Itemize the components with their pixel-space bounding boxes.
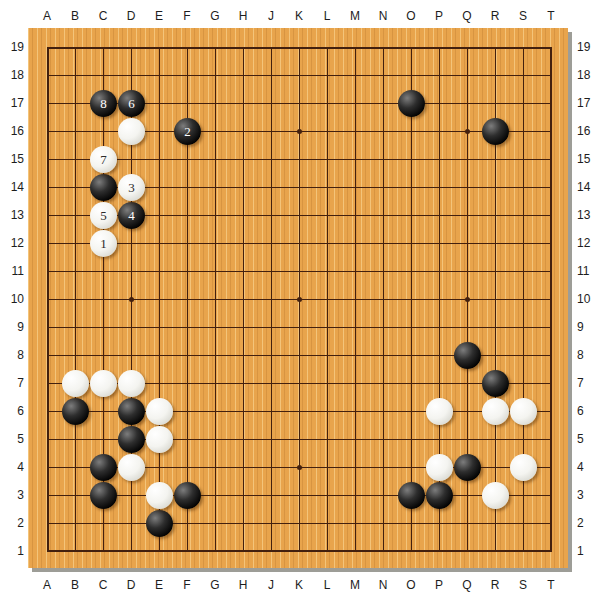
go-diagram: AABBCCDDEEFFGGHHJJKKLLMMNNOOPPQQRRSSTT19… bbox=[0, 0, 600, 600]
col-label-top-D: D bbox=[121, 8, 141, 24]
row-label-left-12: 12 bbox=[2, 235, 24, 251]
row-label-right-5: 5 bbox=[577, 431, 600, 447]
col-label-top-H: H bbox=[233, 8, 253, 24]
row-label-left-4: 4 bbox=[2, 459, 24, 475]
stone-black-D13: 4 bbox=[118, 202, 145, 229]
col-label-top-S: S bbox=[513, 8, 533, 24]
stone-black-O17 bbox=[398, 90, 425, 117]
row-label-left-8: 8 bbox=[2, 347, 24, 363]
col-label-top-L: L bbox=[317, 8, 337, 24]
grid-v-line-N bbox=[383, 47, 384, 552]
row-label-right-19: 19 bbox=[577, 39, 600, 55]
stone-white-E5 bbox=[146, 426, 173, 453]
stone-white-D7 bbox=[118, 370, 145, 397]
stone-black-R7 bbox=[482, 370, 509, 397]
row-label-right-17: 17 bbox=[577, 95, 600, 111]
move-number-7: 7 bbox=[100, 153, 107, 166]
row-label-right-10: 10 bbox=[577, 291, 600, 307]
move-number-6: 6 bbox=[128, 97, 135, 110]
col-label-top-K: K bbox=[289, 8, 309, 24]
stone-black-C17: 8 bbox=[90, 90, 117, 117]
col-label-top-J: J bbox=[261, 8, 281, 24]
row-label-left-15: 15 bbox=[2, 151, 24, 167]
grid-h-line-9 bbox=[47, 327, 552, 328]
col-label-bottom-P: P bbox=[429, 577, 449, 593]
stone-white-P4 bbox=[426, 454, 453, 481]
row-label-left-7: 7 bbox=[2, 375, 24, 391]
row-label-right-11: 11 bbox=[577, 263, 600, 279]
col-label-top-N: N bbox=[373, 8, 393, 24]
row-label-right-14: 14 bbox=[577, 179, 600, 195]
stone-white-D4 bbox=[118, 454, 145, 481]
stone-black-C14 bbox=[90, 174, 117, 201]
star-point-D10 bbox=[129, 297, 134, 302]
stone-black-F3 bbox=[174, 482, 201, 509]
row-label-left-10: 10 bbox=[2, 291, 24, 307]
col-label-bottom-S: S bbox=[513, 577, 533, 593]
row-label-right-1: 1 bbox=[577, 543, 600, 559]
row-label-left-9: 9 bbox=[2, 319, 24, 335]
row-label-right-6: 6 bbox=[577, 403, 600, 419]
row-label-right-7: 7 bbox=[577, 375, 600, 391]
stone-black-F16: 2 bbox=[174, 118, 201, 145]
stone-white-S6 bbox=[510, 398, 537, 425]
stone-white-E3 bbox=[146, 482, 173, 509]
col-label-top-B: B bbox=[65, 8, 85, 24]
col-label-top-T: T bbox=[541, 8, 561, 24]
grid-h-line-1 bbox=[47, 550, 552, 552]
stone-white-C13: 5 bbox=[90, 202, 117, 229]
stone-white-S4 bbox=[510, 454, 537, 481]
row-label-right-3: 3 bbox=[577, 487, 600, 503]
col-label-bottom-N: N bbox=[373, 577, 393, 593]
star-point-Q10 bbox=[465, 297, 470, 302]
col-label-bottom-T: T bbox=[541, 577, 561, 593]
stone-black-R16 bbox=[482, 118, 509, 145]
row-label-left-17: 17 bbox=[2, 95, 24, 111]
grid-v-line-O bbox=[411, 47, 412, 552]
move-number-2: 2 bbox=[184, 125, 191, 138]
col-label-bottom-D: D bbox=[121, 577, 141, 593]
row-label-left-13: 13 bbox=[2, 207, 24, 223]
row-label-left-11: 11 bbox=[2, 263, 24, 279]
row-label-right-16: 16 bbox=[577, 123, 600, 139]
move-number-3: 3 bbox=[128, 181, 135, 194]
stone-white-R3 bbox=[482, 482, 509, 509]
star-point-Q16 bbox=[465, 129, 470, 134]
move-number-1: 1 bbox=[100, 237, 107, 250]
move-number-4: 4 bbox=[128, 209, 135, 222]
row-label-right-4: 4 bbox=[577, 459, 600, 475]
col-label-bottom-J: J bbox=[261, 577, 281, 593]
stone-black-O3 bbox=[398, 482, 425, 509]
star-point-K10 bbox=[297, 297, 302, 302]
stone-white-R6 bbox=[482, 398, 509, 425]
col-label-bottom-C: C bbox=[93, 577, 113, 593]
col-label-bottom-Q: Q bbox=[457, 577, 477, 593]
row-label-left-2: 2 bbox=[2, 515, 24, 531]
row-label-right-15: 15 bbox=[577, 151, 600, 167]
row-label-right-18: 18 bbox=[577, 67, 600, 83]
star-point-K16 bbox=[297, 129, 302, 134]
stone-black-C4 bbox=[90, 454, 117, 481]
star-point-K4 bbox=[297, 465, 302, 470]
row-label-left-16: 16 bbox=[2, 123, 24, 139]
stone-black-D17: 6 bbox=[118, 90, 145, 117]
stone-white-D14: 3 bbox=[118, 174, 145, 201]
col-label-bottom-H: H bbox=[233, 577, 253, 593]
stone-white-D16 bbox=[118, 118, 145, 145]
stone-white-C7 bbox=[90, 370, 117, 397]
col-label-bottom-E: E bbox=[149, 577, 169, 593]
col-label-bottom-G: G bbox=[205, 577, 225, 593]
row-label-right-12: 12 bbox=[577, 235, 600, 251]
col-label-bottom-M: M bbox=[345, 577, 365, 593]
col-label-bottom-F: F bbox=[177, 577, 197, 593]
row-label-right-2: 2 bbox=[577, 515, 600, 531]
stone-black-D5 bbox=[118, 426, 145, 453]
row-label-right-8: 8 bbox=[577, 347, 600, 363]
col-label-bottom-R: R bbox=[485, 577, 505, 593]
col-label-top-O: O bbox=[401, 8, 421, 24]
col-label-top-G: G bbox=[205, 8, 225, 24]
stone-black-B6 bbox=[62, 398, 89, 425]
row-label-left-6: 6 bbox=[2, 403, 24, 419]
col-label-bottom-B: B bbox=[65, 577, 85, 593]
row-label-left-3: 3 bbox=[2, 487, 24, 503]
stone-white-E6 bbox=[146, 398, 173, 425]
col-label-top-F: F bbox=[177, 8, 197, 24]
col-label-top-A: A bbox=[37, 8, 57, 24]
row-label-left-1: 1 bbox=[2, 543, 24, 559]
col-label-top-Q: Q bbox=[457, 8, 477, 24]
stone-black-E2 bbox=[146, 510, 173, 537]
col-label-bottom-A: A bbox=[37, 577, 57, 593]
row-label-left-5: 5 bbox=[2, 431, 24, 447]
stone-black-Q4 bbox=[454, 454, 481, 481]
grid-v-line-L bbox=[327, 47, 328, 552]
col-label-top-C: C bbox=[93, 8, 113, 24]
move-number-5: 5 bbox=[100, 209, 107, 222]
col-label-top-R: R bbox=[485, 8, 505, 24]
stone-white-C15: 7 bbox=[90, 146, 117, 173]
stone-white-C12: 1 bbox=[90, 230, 117, 257]
grid-v-line-T bbox=[550, 47, 552, 552]
stone-white-P6 bbox=[426, 398, 453, 425]
col-label-bottom-L: L bbox=[317, 577, 337, 593]
stone-black-D6 bbox=[118, 398, 145, 425]
move-number-8: 8 bbox=[100, 97, 107, 110]
stone-white-B7 bbox=[62, 370, 89, 397]
row-label-left-18: 18 bbox=[2, 67, 24, 83]
row-label-right-9: 9 bbox=[577, 319, 600, 335]
col-label-top-P: P bbox=[429, 8, 449, 24]
grid-h-line-3 bbox=[47, 495, 552, 496]
col-label-bottom-K: K bbox=[289, 577, 309, 593]
row-label-right-13: 13 bbox=[577, 207, 600, 223]
grid-h-line-2 bbox=[47, 523, 552, 524]
grid-v-line-M bbox=[355, 47, 356, 552]
col-label-top-E: E bbox=[149, 8, 169, 24]
row-label-left-19: 19 bbox=[2, 39, 24, 55]
col-label-bottom-O: O bbox=[401, 577, 421, 593]
stone-black-P3 bbox=[426, 482, 453, 509]
row-label-left-14: 14 bbox=[2, 179, 24, 195]
stone-black-Q8 bbox=[454, 342, 481, 369]
stone-black-C3 bbox=[90, 482, 117, 509]
col-label-top-M: M bbox=[345, 8, 365, 24]
